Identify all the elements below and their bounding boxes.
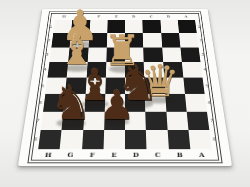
board-square <box>164 78 185 94</box>
board-square <box>125 94 145 111</box>
file-label: C <box>142 14 160 19</box>
board-square <box>144 62 164 78</box>
board-square <box>163 62 183 78</box>
board-square <box>106 47 125 62</box>
rank-tick: 2 <box>197 38 204 42</box>
board-square <box>51 33 71 47</box>
board-square <box>166 111 188 129</box>
board-square <box>83 111 105 129</box>
board-square <box>105 94 125 111</box>
board-square <box>71 20 90 33</box>
file-label: G <box>73 14 91 19</box>
board-square <box>186 111 209 129</box>
coordinate-letters-top: HGFEDCBA <box>55 14 195 19</box>
board-square <box>60 130 83 149</box>
board-square <box>67 62 87 78</box>
file-label: A <box>190 150 213 161</box>
board-square <box>49 47 69 62</box>
board-square <box>178 20 197 33</box>
file-label: D <box>125 14 142 19</box>
board-square <box>179 33 199 47</box>
rank-tick: 4 <box>201 68 208 72</box>
file-label: F <box>81 150 103 161</box>
board-square <box>125 111 146 129</box>
board-square <box>107 33 125 47</box>
board-square <box>146 130 168 149</box>
board-square <box>162 47 182 62</box>
board-square <box>82 130 104 149</box>
file-label: H <box>37 150 60 161</box>
board-square <box>106 62 125 78</box>
file-label: E <box>103 150 125 161</box>
board-square <box>38 130 62 149</box>
board-square <box>105 78 125 94</box>
file-label: E <box>108 14 125 19</box>
board-square <box>185 94 207 111</box>
board-square <box>125 130 147 149</box>
board-square <box>143 47 162 62</box>
chess-board <box>38 20 212 149</box>
board-square <box>103 130 125 149</box>
board-sheet: HGFEDCBA 12345678 12345678 HGFEDCBA <box>18 9 232 166</box>
board-square <box>143 20 161 33</box>
board-square <box>180 47 200 62</box>
board-square <box>125 78 145 94</box>
board-square <box>43 94 65 111</box>
board-square <box>165 94 187 111</box>
rank-tick: 3 <box>199 53 206 57</box>
board-square <box>53 20 72 33</box>
file-label: B <box>168 150 191 161</box>
board-square <box>70 33 89 47</box>
file-label: C <box>147 150 169 161</box>
rank-tick: 6 <box>205 100 213 104</box>
photo-background: HGFEDCBA 12345678 12345678 HGFEDCBA ♟♝♜♝… <box>0 0 250 187</box>
board-square <box>188 130 212 149</box>
board-square <box>145 111 167 129</box>
file-label: H <box>55 14 73 19</box>
board-square <box>182 62 203 78</box>
rank-tick: 5 <box>203 84 211 88</box>
board-square <box>62 111 84 129</box>
rank-tick: 8 <box>210 137 218 142</box>
board-square <box>65 78 86 94</box>
board-square <box>47 62 68 78</box>
board-square <box>125 47 144 62</box>
board-square <box>161 33 180 47</box>
file-label: F <box>90 14 108 19</box>
rank-tick: 1 <box>196 25 203 28</box>
board-square <box>125 20 143 33</box>
board-square <box>104 111 125 129</box>
board-square <box>89 20 107 33</box>
coordinate-letters-bottom: HGFEDCBA <box>37 150 214 161</box>
file-label: B <box>160 14 178 19</box>
board-square <box>125 33 143 47</box>
board-square <box>45 78 67 94</box>
file-label: D <box>125 150 147 161</box>
rank-tick: 7 <box>208 118 216 123</box>
file-label: G <box>59 150 82 161</box>
board-square <box>160 20 179 33</box>
board-square <box>183 78 205 94</box>
board-square <box>144 78 164 94</box>
board-square <box>87 47 106 62</box>
board-square <box>64 94 86 111</box>
board-square <box>107 20 125 33</box>
board-square <box>41 111 64 129</box>
board-square <box>143 33 162 47</box>
board-square <box>68 47 88 62</box>
board-square <box>145 94 166 111</box>
file-label: A <box>177 14 195 19</box>
board-square <box>86 62 106 78</box>
board-square <box>167 130 190 149</box>
board-square <box>125 62 144 78</box>
board-square <box>84 94 105 111</box>
board-square <box>88 33 107 47</box>
board-square <box>85 78 105 94</box>
